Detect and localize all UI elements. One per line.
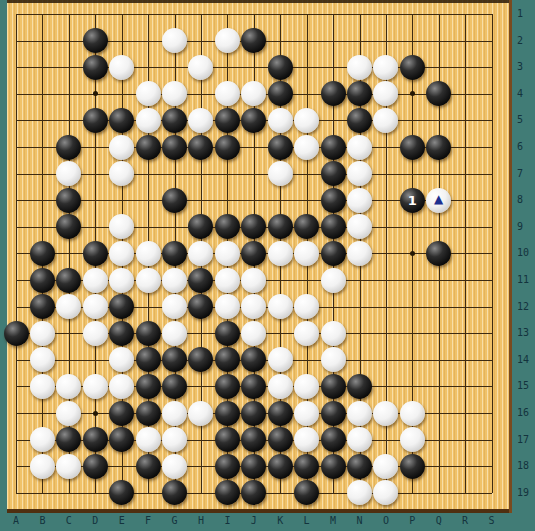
- white-stone-L13: [294, 321, 319, 346]
- white-stone-C7: [56, 161, 81, 186]
- black-stone-K16: [268, 401, 293, 426]
- row-label-14: 14: [514, 354, 535, 366]
- black-stone-B10: [30, 241, 55, 266]
- triangle-marker-icon: ▲: [434, 193, 443, 205]
- black-stone-P3: [400, 55, 425, 80]
- black-stone-D3: [83, 55, 108, 80]
- white-stone-O18: [373, 454, 398, 479]
- move-number-label: 1: [408, 194, 417, 207]
- white-stone-K5: [268, 108, 293, 133]
- white-stone-P17: [400, 427, 425, 452]
- row-label-7: 7: [514, 168, 535, 180]
- black-stone-I19: [215, 480, 240, 505]
- white-stone-K10: [268, 241, 293, 266]
- black-stone-J9: [241, 214, 266, 239]
- black-stone-K6: [268, 135, 293, 160]
- black-stone-M4: [321, 81, 346, 106]
- white-stone-O19: [373, 480, 398, 505]
- white-stone-E3: [109, 55, 134, 80]
- black-stone-M16: [321, 401, 346, 426]
- white-stone-I10: [215, 241, 240, 266]
- black-stone-H9: [188, 214, 213, 239]
- white-stone-J12: [241, 294, 266, 319]
- white-stone-L10: [294, 241, 319, 266]
- white-stone-L17: [294, 427, 319, 452]
- black-stone-I5: [215, 108, 240, 133]
- black-stone-A13: [4, 321, 29, 346]
- black-stone-H14: [188, 347, 213, 372]
- black-stone-Q4: [426, 81, 451, 106]
- black-stone-J16: [241, 401, 266, 426]
- white-stone-G11: [162, 268, 187, 293]
- black-stone-N15: [347, 374, 372, 399]
- black-stone-J5: [241, 108, 266, 133]
- black-stone-K9: [268, 214, 293, 239]
- black-stone-J15: [241, 374, 266, 399]
- white-stone-F10: [136, 241, 161, 266]
- black-stone-N4: [347, 81, 372, 106]
- white-stone-N17: [347, 427, 372, 452]
- black-stone-I18: [215, 454, 240, 479]
- row-label-12: 12: [514, 301, 535, 313]
- column-label-H: H: [191, 515, 211, 527]
- white-stone-E10: [109, 241, 134, 266]
- go-board[interactable]: 1▲: [7, 0, 512, 513]
- column-label-B: B: [32, 515, 52, 527]
- black-stone-F6: [136, 135, 161, 160]
- star-point: [93, 91, 98, 96]
- column-label-O: O: [376, 515, 396, 527]
- column-label-R: R: [455, 515, 475, 527]
- white-stone-O5: [373, 108, 398, 133]
- row-label-10: 10: [514, 247, 535, 259]
- black-stone-J14: [241, 347, 266, 372]
- white-stone-G13: [162, 321, 187, 346]
- white-stone-B14: [30, 347, 55, 372]
- row-label-5: 5: [514, 114, 535, 126]
- row-label-6: 6: [514, 141, 535, 153]
- black-stone-L19: [294, 480, 319, 505]
- white-stone-C15: [56, 374, 81, 399]
- row-label-3: 3: [514, 61, 535, 73]
- row-label-11: 11: [514, 274, 535, 286]
- black-stone-E5: [109, 108, 134, 133]
- row-label-15: 15: [514, 380, 535, 392]
- black-stone-J19: [241, 480, 266, 505]
- white-stone-N10: [347, 241, 372, 266]
- column-label-K: K: [270, 515, 290, 527]
- black-stone-M8: [321, 188, 346, 213]
- white-stone-E9: [109, 214, 134, 239]
- white-stone-N8: [347, 188, 372, 213]
- grid-vertical-line: [492, 14, 493, 493]
- row-label-4: 4: [514, 88, 535, 100]
- white-stone-B13: [30, 321, 55, 346]
- white-stone-L12: [294, 294, 319, 319]
- white-stone-N7: [347, 161, 372, 186]
- black-stone-I14: [215, 347, 240, 372]
- row-label-8: 8: [514, 194, 535, 206]
- white-stone-H5: [188, 108, 213, 133]
- black-stone-D10: [83, 241, 108, 266]
- black-stone-P6: [400, 135, 425, 160]
- black-stone-J10: [241, 241, 266, 266]
- white-stone-O4: [373, 81, 398, 106]
- white-stone-E15: [109, 374, 134, 399]
- column-label-M: M: [323, 515, 343, 527]
- white-stone-L16: [294, 401, 319, 426]
- black-stone-H6: [188, 135, 213, 160]
- black-stone-G5: [162, 108, 187, 133]
- grid-vertical-line: [465, 14, 466, 493]
- black-stone-M9: [321, 214, 346, 239]
- white-stone-I11: [215, 268, 240, 293]
- board-edge-bottom: [7, 509, 512, 513]
- white-stone-G4: [162, 81, 187, 106]
- white-stone-D13: [83, 321, 108, 346]
- black-stone-F18: [136, 454, 161, 479]
- black-stone-M17: [321, 427, 346, 452]
- row-label-2: 2: [514, 35, 535, 47]
- black-stone-I15: [215, 374, 240, 399]
- row-label-18: 18: [514, 460, 535, 472]
- black-stone-M10: [321, 241, 346, 266]
- black-stone-B12: [30, 294, 55, 319]
- black-stone-D5: [83, 108, 108, 133]
- black-stone-C17: [56, 427, 81, 452]
- white-stone-G18: [162, 454, 187, 479]
- black-stone-L18: [294, 454, 319, 479]
- white-stone-C12: [56, 294, 81, 319]
- white-stone-G17: [162, 427, 187, 452]
- black-stone-F15: [136, 374, 161, 399]
- white-stone-B15: [30, 374, 55, 399]
- white-stone-K15: [268, 374, 293, 399]
- column-label-P: P: [402, 515, 422, 527]
- white-stone-N9: [347, 214, 372, 239]
- black-stone-E16: [109, 401, 134, 426]
- white-stone-M11: [321, 268, 346, 293]
- column-label-G: G: [165, 515, 185, 527]
- white-stone-Q8: ▲: [426, 188, 451, 213]
- row-label-9: 9: [514, 221, 535, 233]
- white-stone-O3: [373, 55, 398, 80]
- column-label-D: D: [85, 515, 105, 527]
- black-stone-G6: [162, 135, 187, 160]
- white-stone-F11: [136, 268, 161, 293]
- black-stone-I13: [215, 321, 240, 346]
- white-stone-B17: [30, 427, 55, 452]
- black-stone-Q6: [426, 135, 451, 160]
- black-stone-K3: [268, 55, 293, 80]
- black-stone-F13: [136, 321, 161, 346]
- white-stone-M14: [321, 347, 346, 372]
- column-label-C: C: [59, 515, 79, 527]
- black-stone-M6: [321, 135, 346, 160]
- white-stone-C16: [56, 401, 81, 426]
- star-point: [93, 411, 98, 416]
- white-stone-N16: [347, 401, 372, 426]
- column-label-J: J: [244, 515, 264, 527]
- white-stone-J11: [241, 268, 266, 293]
- black-stone-B11: [30, 268, 55, 293]
- white-stone-O16: [373, 401, 398, 426]
- black-stone-I17: [215, 427, 240, 452]
- black-stone-E13: [109, 321, 134, 346]
- white-stone-N3: [347, 55, 372, 80]
- black-stone-I9: [215, 214, 240, 239]
- column-label-A: A: [6, 515, 26, 527]
- column-label-F: F: [138, 515, 158, 527]
- white-stone-G2: [162, 28, 187, 53]
- white-stone-L5: [294, 108, 319, 133]
- white-stone-F4: [136, 81, 161, 106]
- white-stone-C18: [56, 454, 81, 479]
- white-stone-J13: [241, 321, 266, 346]
- black-stone-H11: [188, 268, 213, 293]
- row-label-16: 16: [514, 407, 535, 419]
- board-edge-top: [7, 0, 512, 3]
- black-stone-C8: [56, 188, 81, 213]
- black-stone-K4: [268, 81, 293, 106]
- white-stone-E7: [109, 161, 134, 186]
- black-stone-K17: [268, 427, 293, 452]
- black-stone-C11: [56, 268, 81, 293]
- white-stone-G12: [162, 294, 187, 319]
- white-stone-N6: [347, 135, 372, 160]
- white-stone-B18: [30, 454, 55, 479]
- black-stone-P18: [400, 454, 425, 479]
- black-stone-G8: [162, 188, 187, 213]
- white-stone-H16: [188, 401, 213, 426]
- black-stone-K18: [268, 454, 293, 479]
- black-stone-C9: [56, 214, 81, 239]
- white-stone-K7: [268, 161, 293, 186]
- white-stone-D15: [83, 374, 108, 399]
- white-stone-I4: [215, 81, 240, 106]
- black-stone-M18: [321, 454, 346, 479]
- white-stone-E6: [109, 135, 134, 160]
- column-label-S: S: [482, 515, 502, 527]
- black-stone-N5: [347, 108, 372, 133]
- black-stone-G19: [162, 480, 187, 505]
- white-stone-K12: [268, 294, 293, 319]
- row-label-13: 13: [514, 327, 535, 339]
- white-stone-F5: [136, 108, 161, 133]
- black-stone-L9: [294, 214, 319, 239]
- black-stone-M7: [321, 161, 346, 186]
- white-stone-J4: [241, 81, 266, 106]
- black-stone-J2: [241, 28, 266, 53]
- black-stone-Q10: [426, 241, 451, 266]
- white-stone-L15: [294, 374, 319, 399]
- go-game-screenshot: 1▲ ABCDEFGHIJKLMNOPQRS 12345678910111213…: [0, 0, 535, 531]
- black-stone-P8: 1: [400, 188, 425, 213]
- black-stone-E19: [109, 480, 134, 505]
- row-label-1: 1: [514, 8, 535, 20]
- black-stone-J18: [241, 454, 266, 479]
- black-stone-E17: [109, 427, 134, 452]
- black-stone-D2: [83, 28, 108, 53]
- white-stone-P16: [400, 401, 425, 426]
- black-stone-I6: [215, 135, 240, 160]
- column-label-I: I: [217, 515, 237, 527]
- black-stone-M15: [321, 374, 346, 399]
- column-label-N: N: [350, 515, 370, 527]
- white-stone-K14: [268, 347, 293, 372]
- black-stone-J17: [241, 427, 266, 452]
- white-stone-M13: [321, 321, 346, 346]
- white-stone-I12: [215, 294, 240, 319]
- white-stone-G16: [162, 401, 187, 426]
- white-stone-N19: [347, 480, 372, 505]
- white-stone-D12: [83, 294, 108, 319]
- white-stone-H3: [188, 55, 213, 80]
- black-stone-D18: [83, 454, 108, 479]
- star-point: [410, 91, 415, 96]
- black-stone-G15: [162, 374, 187, 399]
- black-stone-H12: [188, 294, 213, 319]
- black-stone-D17: [83, 427, 108, 452]
- white-stone-F17: [136, 427, 161, 452]
- row-label-19: 19: [514, 487, 535, 499]
- column-label-Q: Q: [429, 515, 449, 527]
- black-stone-E12: [109, 294, 134, 319]
- black-stone-G14: [162, 347, 187, 372]
- black-stone-C6: [56, 135, 81, 160]
- column-label-L: L: [297, 515, 317, 527]
- white-stone-E14: [109, 347, 134, 372]
- black-stone-F14: [136, 347, 161, 372]
- white-stone-H10: [188, 241, 213, 266]
- black-stone-I16: [215, 401, 240, 426]
- white-stone-I2: [215, 28, 240, 53]
- row-label-17: 17: [514, 434, 535, 446]
- black-stone-G10: [162, 241, 187, 266]
- white-stone-E11: [109, 268, 134, 293]
- star-point: [410, 251, 415, 256]
- black-stone-N18: [347, 454, 372, 479]
- column-label-E: E: [112, 515, 132, 527]
- white-stone-D11: [83, 268, 108, 293]
- white-stone-L6: [294, 135, 319, 160]
- board-edge-right: [509, 0, 512, 513]
- black-stone-F16: [136, 401, 161, 426]
